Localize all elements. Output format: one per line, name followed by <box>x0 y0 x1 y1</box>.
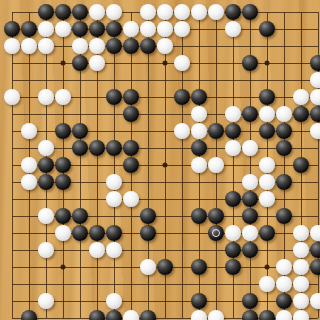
white-stone[interactable] <box>242 140 258 156</box>
black-stone[interactable] <box>208 208 224 224</box>
black-stone[interactable] <box>242 208 258 224</box>
white-stone[interactable] <box>140 21 156 37</box>
white-stone[interactable] <box>310 89 320 105</box>
black-stone[interactable] <box>123 140 139 156</box>
black-stone[interactable] <box>276 140 292 156</box>
white-stone[interactable] <box>4 89 20 105</box>
black-stone[interactable] <box>55 157 71 173</box>
white-stone[interactable] <box>276 310 292 320</box>
white-stone[interactable] <box>38 21 54 37</box>
black-stone[interactable] <box>191 208 207 224</box>
black-stone[interactable] <box>191 293 207 309</box>
black-stone[interactable] <box>140 38 156 54</box>
black-stone[interactable] <box>123 106 139 122</box>
black-stone[interactable] <box>242 242 258 258</box>
white-stone[interactable] <box>174 123 190 139</box>
black-stone[interactable] <box>106 89 122 105</box>
white-stone[interactable] <box>21 174 37 190</box>
white-stone[interactable] <box>38 38 54 54</box>
white-stone[interactable] <box>123 21 139 37</box>
black-stone[interactable] <box>259 21 275 37</box>
black-stone[interactable] <box>276 174 292 190</box>
black-stone[interactable] <box>55 174 71 190</box>
white-stone[interactable] <box>157 38 173 54</box>
white-stone[interactable] <box>106 4 122 20</box>
white-stone[interactable] <box>191 157 207 173</box>
white-stone[interactable] <box>310 225 320 241</box>
white-stone[interactable] <box>140 259 156 275</box>
black-stone[interactable] <box>276 208 292 224</box>
white-stone[interactable] <box>89 55 105 71</box>
black-stone[interactable] <box>225 4 241 20</box>
hoshi-point <box>265 61 270 66</box>
white-stone[interactable] <box>106 242 122 258</box>
black-stone[interactable] <box>242 55 258 71</box>
black-stone[interactable] <box>123 38 139 54</box>
white-stone[interactable] <box>38 208 54 224</box>
white-stone[interactable] <box>242 225 258 241</box>
black-stone[interactable] <box>72 4 88 20</box>
white-stone[interactable] <box>106 174 122 190</box>
black-stone[interactable] <box>72 21 88 37</box>
white-stone[interactable] <box>293 89 309 105</box>
black-stone[interactable] <box>21 21 37 37</box>
white-stone[interactable] <box>106 293 122 309</box>
black-stone[interactable] <box>72 225 88 241</box>
black-stone[interactable] <box>89 21 105 37</box>
white-stone[interactable] <box>293 259 309 275</box>
white-stone[interactable] <box>293 276 309 292</box>
black-stone[interactable] <box>225 259 241 275</box>
white-stone[interactable] <box>174 55 190 71</box>
go-board[interactable] <box>0 0 320 320</box>
white-stone[interactable] <box>225 140 241 156</box>
black-stone[interactable] <box>106 38 122 54</box>
hoshi-point <box>163 61 168 66</box>
white-stone[interactable] <box>225 106 241 122</box>
black-stone[interactable] <box>55 208 71 224</box>
black-stone[interactable] <box>310 259 320 275</box>
black-stone[interactable] <box>140 208 156 224</box>
black-stone[interactable] <box>21 310 37 320</box>
white-stone[interactable] <box>259 157 275 173</box>
black-stone[interactable] <box>242 4 258 20</box>
white-stone[interactable] <box>259 174 275 190</box>
black-stone-last-move[interactable] <box>208 225 224 241</box>
white-stone[interactable] <box>310 72 320 88</box>
hoshi-point <box>163 163 168 168</box>
black-stone[interactable] <box>72 55 88 71</box>
white-stone[interactable] <box>38 89 54 105</box>
black-stone[interactable] <box>225 191 241 207</box>
white-stone[interactable] <box>72 38 88 54</box>
white-stone[interactable] <box>276 276 292 292</box>
white-stone[interactable] <box>191 4 207 20</box>
black-stone[interactable] <box>38 4 54 20</box>
black-stone[interactable] <box>276 123 292 139</box>
black-stone[interactable] <box>140 225 156 241</box>
black-stone[interactable] <box>242 310 258 320</box>
white-stone[interactable] <box>208 4 224 20</box>
black-stone[interactable] <box>242 293 258 309</box>
white-stone[interactable] <box>225 225 241 241</box>
white-stone[interactable] <box>89 38 105 54</box>
white-stone[interactable] <box>21 38 37 54</box>
go-game-screenshot <box>0 0 320 320</box>
white-stone[interactable] <box>38 242 54 258</box>
white-stone[interactable] <box>191 106 207 122</box>
white-stone[interactable] <box>157 21 173 37</box>
black-stone[interactable] <box>140 310 156 320</box>
black-stone[interactable] <box>191 140 207 156</box>
black-stone[interactable] <box>38 174 54 190</box>
black-stone[interactable] <box>174 89 190 105</box>
black-stone[interactable] <box>106 140 122 156</box>
white-stone[interactable] <box>38 140 54 156</box>
white-stone[interactable] <box>191 310 207 320</box>
black-stone[interactable] <box>106 21 122 37</box>
black-stone[interactable] <box>4 21 20 37</box>
hoshi-point <box>61 265 66 270</box>
black-stone[interactable] <box>259 310 275 320</box>
white-stone[interactable] <box>55 21 71 37</box>
black-stone[interactable] <box>208 123 224 139</box>
white-stone[interactable] <box>310 123 320 139</box>
black-stone[interactable] <box>310 242 320 258</box>
white-stone[interactable] <box>106 191 122 207</box>
white-stone[interactable] <box>259 276 275 292</box>
white-stone[interactable] <box>89 4 105 20</box>
black-stone[interactable] <box>106 310 122 320</box>
black-stone[interactable] <box>191 89 207 105</box>
white-stone[interactable] <box>293 225 309 241</box>
black-stone[interactable] <box>123 89 139 105</box>
white-stone[interactable] <box>4 38 20 54</box>
white-stone[interactable] <box>293 293 309 309</box>
black-stone[interactable] <box>242 106 258 122</box>
black-stone[interactable] <box>38 157 54 173</box>
black-stone[interactable] <box>225 123 241 139</box>
black-stone[interactable] <box>259 123 275 139</box>
white-stone[interactable] <box>191 123 207 139</box>
black-stone[interactable] <box>191 259 207 275</box>
grid-line-horizontal <box>12 250 318 251</box>
black-stone[interactable] <box>106 225 122 241</box>
black-stone[interactable] <box>123 157 139 173</box>
grid-line-horizontal <box>12 301 318 302</box>
black-stone[interactable] <box>242 191 258 207</box>
white-stone[interactable] <box>208 157 224 173</box>
white-stone[interactable] <box>55 225 71 241</box>
white-stone[interactable] <box>293 242 309 258</box>
white-stone[interactable] <box>276 259 292 275</box>
white-stone[interactable] <box>174 4 190 20</box>
black-stone[interactable] <box>259 225 275 241</box>
black-stone[interactable] <box>72 140 88 156</box>
white-stone[interactable] <box>140 4 156 20</box>
last-move-marker-icon <box>212 229 220 237</box>
hoshi-point <box>61 61 66 66</box>
white-stone[interactable] <box>38 293 54 309</box>
white-stone[interactable] <box>310 293 320 309</box>
white-stone[interactable] <box>123 310 139 320</box>
white-stone[interactable] <box>21 157 37 173</box>
black-stone[interactable] <box>89 225 105 241</box>
black-stone[interactable] <box>72 208 88 224</box>
white-stone[interactable] <box>123 191 139 207</box>
black-stone[interactable] <box>310 55 320 71</box>
black-stone[interactable] <box>55 123 71 139</box>
white-stone[interactable] <box>208 310 224 320</box>
white-stone[interactable] <box>21 123 37 139</box>
black-stone[interactable] <box>157 259 173 275</box>
white-stone[interactable] <box>276 106 292 122</box>
black-stone[interactable] <box>55 4 71 20</box>
white-stone[interactable] <box>174 21 190 37</box>
hoshi-point <box>265 265 270 270</box>
white-stone[interactable] <box>242 174 258 190</box>
black-stone[interactable] <box>293 157 309 173</box>
black-stone[interactable] <box>293 106 309 122</box>
black-stone[interactable] <box>72 123 88 139</box>
white-stone[interactable] <box>225 21 241 37</box>
black-stone[interactable] <box>89 140 105 156</box>
black-stone[interactable] <box>276 293 292 309</box>
white-stone[interactable] <box>259 191 275 207</box>
black-stone[interactable] <box>259 89 275 105</box>
black-stone[interactable] <box>310 106 320 122</box>
white-stone[interactable] <box>157 4 173 20</box>
white-stone[interactable] <box>293 310 309 320</box>
black-stone[interactable] <box>89 310 105 320</box>
white-stone[interactable] <box>55 89 71 105</box>
white-stone[interactable] <box>89 242 105 258</box>
black-stone[interactable] <box>225 242 241 258</box>
white-stone[interactable] <box>259 106 275 122</box>
